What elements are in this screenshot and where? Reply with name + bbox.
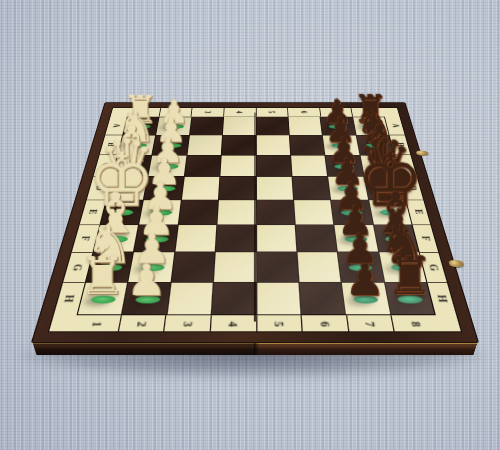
piece-black-rook-h8[interactable]: ♜︎: [386, 253, 432, 300]
chess-set-photo: 12345678 12345678 ABCDEFGH ABCDEFGH ♜︎♟︎…: [0, 0, 500, 450]
square-h4[interactable]: [212, 282, 256, 314]
square-h5[interactable]: [257, 282, 301, 314]
brass-clasp-icon: [448, 260, 465, 267]
square-h2[interactable]: ♟︎: [123, 282, 171, 314]
chess-board: 12345678 12345678 ABCDEFGH ABCDEFGH ♜︎♟︎…: [31, 102, 479, 343]
square-e5[interactable]: [257, 200, 295, 224]
square-e6[interactable]: [294, 200, 334, 224]
square-b4[interactable]: [222, 136, 256, 155]
square-c6[interactable]: [291, 155, 327, 176]
square-h3[interactable]: [167, 282, 213, 314]
board-front-edge: [32, 342, 477, 355]
square-h7[interactable]: ♟︎: [342, 282, 390, 314]
label-rank-bottom-5: 5: [256, 315, 302, 333]
label-rank-top-6: 6: [287, 108, 320, 117]
square-f6[interactable]: [296, 225, 337, 252]
square-a3[interactable]: [190, 117, 224, 135]
square-g6[interactable]: [297, 252, 340, 281]
square-c5[interactable]: [256, 155, 291, 176]
square-h1[interactable]: ♜︎: [78, 282, 128, 314]
perspective-wrapper: 12345678 12345678 ABCDEFGH ABCDEFGH ♜︎♟︎…: [75, 19, 435, 379]
square-f5[interactable]: [257, 225, 297, 252]
label-rank-bottom-8: 8: [391, 315, 441, 333]
square-e3[interactable]: [179, 200, 218, 224]
square-d5[interactable]: [256, 177, 292, 200]
piece-white-rook-h1[interactable]: ♜︎: [80, 253, 126, 300]
label-rank-bottom-3: 3: [163, 315, 210, 333]
label-rank-top-4: 4: [223, 108, 255, 117]
square-e4[interactable]: [218, 200, 256, 224]
square-b3[interactable]: [187, 136, 222, 155]
label-rank-bottom-7: 7: [346, 315, 395, 333]
square-c3[interactable]: [185, 155, 221, 176]
square-b6[interactable]: [290, 136, 325, 155]
label-ring: 12345678 12345678 ABCDEFGH ABCDEFGH ♜︎♟︎…: [48, 107, 463, 332]
square-d6[interactable]: [292, 177, 330, 200]
square-a6[interactable]: [288, 117, 322, 135]
square-b5[interactable]: [256, 136, 290, 155]
label-rank-top-5: 5: [255, 108, 287, 117]
fold-seam: [254, 112, 256, 321]
label-rank-bottom-2: 2: [117, 315, 166, 333]
square-c4[interactable]: [221, 155, 256, 176]
piece-black-pawn-h7[interactable]: ♟︎: [346, 261, 385, 301]
label-rank-bottom-6: 6: [301, 315, 348, 333]
square-h6[interactable]: [299, 282, 345, 314]
coords-strip-bottom: 12345678: [72, 315, 441, 333]
square-a4[interactable]: [223, 117, 255, 135]
square-a5[interactable]: [256, 117, 288, 135]
label-rank-bottom-1: 1: [72, 315, 120, 333]
square-h8[interactable]: ♜︎: [385, 282, 435, 314]
square-f4[interactable]: [216, 225, 256, 252]
label-rank-top-3: 3: [191, 108, 224, 117]
board-grid: ♜︎♟︎♟︎♜︎♞︎♟︎♟︎♞︎♝︎♟︎♟︎♝︎♛︎♟︎♟︎♛︎♚︎♟︎♟︎♚︎…: [77, 117, 436, 316]
square-g3[interactable]: [171, 252, 214, 281]
label-rank-bottom-4: 4: [209, 315, 255, 333]
square-g4[interactable]: [214, 252, 255, 281]
piece-white-pawn-h2[interactable]: ♟︎: [127, 261, 166, 301]
square-g5[interactable]: [257, 252, 299, 281]
square-f3[interactable]: [175, 225, 216, 252]
square-d3[interactable]: [182, 177, 220, 200]
square-d4[interactable]: [219, 177, 255, 200]
